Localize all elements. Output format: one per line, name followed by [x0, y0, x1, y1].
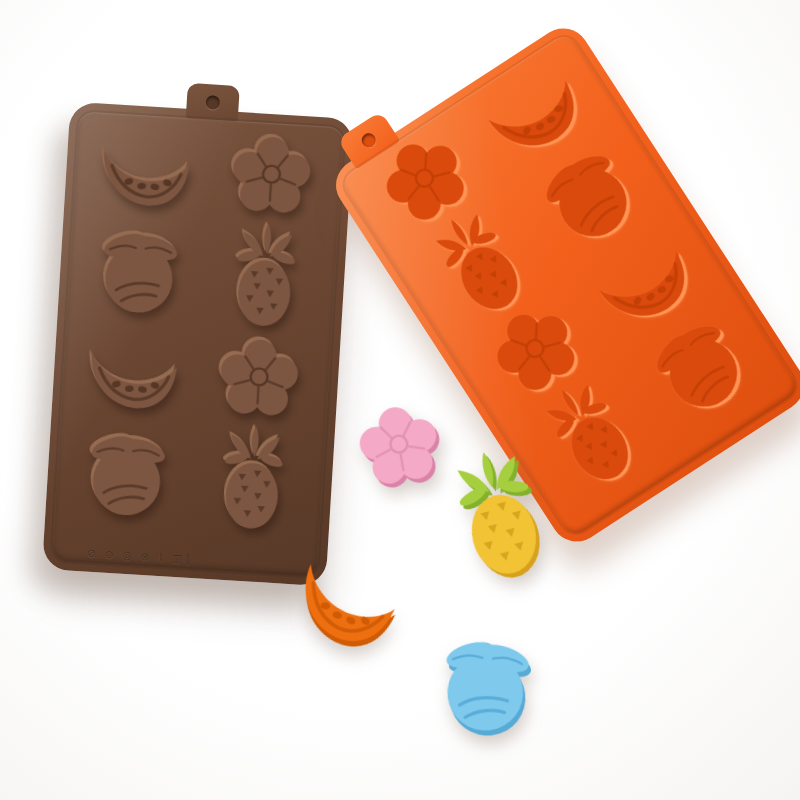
orange-melon-slice-candy: [275, 527, 422, 667]
product-photo-scene: ⊘ ⊜ ◎ ⊛ ⌇ ▥∥: [0, 0, 800, 800]
yellow-pineapple-candy: [433, 438, 564, 592]
blue-leaf-fruit-candy: [428, 622, 544, 741]
pink-flower-candy: [345, 391, 454, 500]
candy-pieces-layer: [0, 0, 800, 800]
